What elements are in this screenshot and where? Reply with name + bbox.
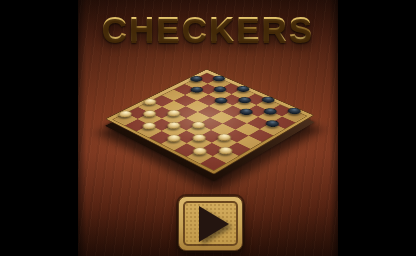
play-button-panel [183,201,238,246]
game-title-screen: CHECKERS [0,0,416,256]
play-button[interactable] [178,196,243,251]
dark-checker-piece [263,119,282,129]
play-icon [199,206,229,242]
light-checker-piece [140,121,159,131]
game-title: CHECKERS [0,9,416,49]
